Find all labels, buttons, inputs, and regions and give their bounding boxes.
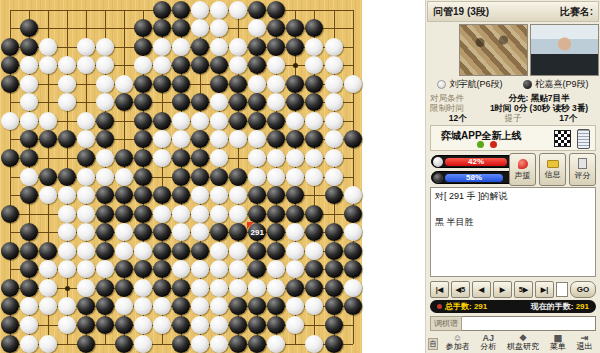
stone <box>191 297 209 315</box>
stone <box>39 56 57 74</box>
stone <box>39 242 57 260</box>
stone <box>58 316 76 334</box>
exit-button[interactable]: ⇥ 退出 <box>577 334 593 351</box>
stone <box>267 297 285 315</box>
stone <box>229 297 247 315</box>
stone <box>1 205 19 223</box>
stone <box>153 112 171 130</box>
stone <box>77 112 95 130</box>
stone <box>210 93 228 111</box>
stone <box>267 205 285 223</box>
stone <box>96 242 114 260</box>
stone <box>134 223 152 241</box>
stone <box>267 112 285 130</box>
stone <box>58 186 76 204</box>
stone <box>58 93 76 111</box>
stone <box>115 316 133 334</box>
chat-tab[interactable]: 调棋谱 <box>430 316 462 331</box>
stone <box>58 223 76 241</box>
stone <box>344 260 362 278</box>
stone <box>191 149 209 167</box>
stone <box>210 260 228 278</box>
stone <box>344 242 362 260</box>
stone <box>267 316 285 334</box>
stone <box>267 130 285 148</box>
white-vote-fill: 42% <box>445 158 507 166</box>
phone-icon <box>577 129 590 149</box>
stone <box>210 75 228 93</box>
room-title: 问管19 (3段) <box>433 5 489 19</box>
stone <box>248 279 266 297</box>
stone <box>115 168 133 186</box>
stone <box>172 93 190 111</box>
stone <box>191 316 209 334</box>
stone <box>286 279 304 297</box>
stone <box>286 112 304 130</box>
move-navigation: |◀ ◀5 ◀ ▶ 5▶ ▶| GO <box>430 281 596 298</box>
stone <box>134 186 152 204</box>
stone <box>325 223 343 241</box>
stone <box>229 75 247 93</box>
stone <box>305 168 323 186</box>
stone <box>191 205 209 223</box>
go-board[interactable]: 291 <box>0 0 362 353</box>
stone <box>229 130 247 148</box>
ai-analysis-button[interactable]: AJ 分析 <box>480 334 496 351</box>
stone <box>229 316 247 334</box>
info-button[interactable]: 信息 <box>539 153 566 186</box>
stone <box>115 242 133 260</box>
stone <box>96 168 114 186</box>
stone <box>115 205 133 223</box>
stone <box>96 75 114 93</box>
stone <box>344 297 362 315</box>
stone <box>172 149 190 167</box>
bottom-toolbar: ☺ 参加者 AJ 分析 ❖ 棋盘研究 ▦ 菜单 ⇥ 退出 <box>440 333 598 352</box>
nav-back-button[interactable]: ◀ <box>472 281 491 298</box>
stone <box>325 56 343 74</box>
black-captures: 17个 <box>559 113 577 125</box>
stone <box>115 279 133 297</box>
white-stone-icon <box>433 157 443 167</box>
stone <box>153 56 171 74</box>
stone <box>153 260 171 278</box>
stone <box>115 186 133 204</box>
nav-last-button[interactable]: ▶| <box>535 281 554 298</box>
stone <box>325 335 343 353</box>
stone <box>248 56 266 74</box>
stone <box>344 205 362 223</box>
stone <box>39 335 57 353</box>
move-number-input[interactable] <box>556 282 568 297</box>
stone <box>77 168 95 186</box>
apple-icon <box>490 141 497 148</box>
current-move: 现在的手数: 291 <box>531 301 589 312</box>
stone <box>115 223 133 241</box>
stone <box>248 149 266 167</box>
stone <box>267 335 285 353</box>
stone <box>191 1 209 19</box>
stone <box>229 1 247 19</box>
stone <box>96 279 114 297</box>
stone <box>172 19 190 37</box>
stone <box>267 75 285 93</box>
stone <box>115 260 133 278</box>
stone <box>248 260 266 278</box>
stone <box>305 279 323 297</box>
stone <box>344 75 362 93</box>
star-point <box>293 63 298 68</box>
black-vote-pct: 58% <box>445 173 503 182</box>
stone <box>172 316 190 334</box>
stone <box>172 112 190 130</box>
stone <box>1 112 19 130</box>
move-status-bar: 总手数: 291 现在的手数: 291 <box>430 300 596 313</box>
rose-icon <box>518 159 528 169</box>
stone <box>305 335 323 353</box>
stone <box>191 186 209 204</box>
stone <box>325 316 343 334</box>
stone <box>1 75 19 93</box>
stone <box>39 38 57 56</box>
black-player-name: 柁嘉熹(P9段) <box>535 78 588 91</box>
stone <box>286 205 304 223</box>
stone <box>58 205 76 223</box>
stone <box>286 38 304 56</box>
stone <box>20 56 38 74</box>
stone <box>286 242 304 260</box>
stone <box>20 112 38 130</box>
participants-button[interactable]: ☺ 参加者 <box>445 334 469 351</box>
stone <box>134 279 152 297</box>
nav-first-button[interactable]: |◀ <box>430 281 449 298</box>
stone <box>134 19 152 37</box>
stone <box>115 297 133 315</box>
stone <box>1 38 19 56</box>
stone <box>210 130 228 148</box>
stone <box>267 1 285 19</box>
stone <box>115 149 133 167</box>
stone <box>115 335 133 353</box>
stone <box>134 93 152 111</box>
action-buttons: 声援 信息 评分 <box>509 153 596 186</box>
stone <box>58 130 76 148</box>
collapsed-tab[interactable]: 自 <box>428 338 438 350</box>
stone <box>96 297 114 315</box>
stone <box>305 19 323 37</box>
stone <box>77 186 95 204</box>
stone <box>172 38 190 56</box>
stone <box>229 335 247 353</box>
stone <box>305 56 323 74</box>
stone <box>210 335 228 353</box>
stone <box>210 56 228 74</box>
stone <box>96 260 114 278</box>
black-player-photo <box>530 24 599 76</box>
stone <box>305 223 323 241</box>
stone <box>248 186 266 204</box>
info-label: 信息 <box>545 169 561 180</box>
stone <box>96 112 114 130</box>
stone <box>267 56 285 74</box>
white-player-name: 刘宇航(P6段) <box>449 78 502 91</box>
stone <box>267 279 285 297</box>
cheer-button[interactable]: 声援 <box>509 153 536 186</box>
stone <box>210 223 228 241</box>
stone <box>305 205 323 223</box>
stone <box>77 316 95 334</box>
stone <box>191 19 209 37</box>
stone <box>267 186 285 204</box>
white-stone-icon <box>437 80 446 89</box>
match-name-label: 比赛名: <box>560 5 593 19</box>
cheer-label: 声援 <box>515 170 531 181</box>
player-names: 刘宇航(P6段) 柁嘉熹(P9段) <box>427 78 599 91</box>
stone <box>153 242 171 260</box>
commentary-result: 黑 半目胜 <box>435 216 591 229</box>
stone <box>286 316 304 334</box>
stone <box>77 130 95 148</box>
black-stone-icon <box>523 80 532 89</box>
stone <box>344 223 362 241</box>
stone <box>20 242 38 260</box>
stone <box>96 149 114 167</box>
stone <box>1 279 19 297</box>
stone <box>39 168 57 186</box>
stone <box>286 260 304 278</box>
stone <box>96 316 114 334</box>
stone <box>229 260 247 278</box>
stone <box>153 1 171 19</box>
stone <box>134 335 152 353</box>
stone <box>210 205 228 223</box>
stone <box>134 297 152 315</box>
app-ad-banner[interactable]: 弈城APP全新上线 <box>430 125 596 151</box>
captures-label: 提子 <box>505 113 522 125</box>
stone <box>248 112 266 130</box>
stone <box>172 205 190 223</box>
stone <box>210 279 228 297</box>
status-dot-icon <box>437 304 442 309</box>
stone <box>325 38 343 56</box>
stone <box>153 223 171 241</box>
stone <box>210 186 228 204</box>
white-vote-pct: 42% <box>445 157 507 166</box>
white-player-name-row: 刘宇航(P6段) <box>427 78 513 91</box>
stone <box>96 93 114 111</box>
stone <box>191 112 209 130</box>
stone <box>1 56 19 74</box>
stone <box>248 1 266 19</box>
stone <box>172 56 190 74</box>
stone <box>77 149 95 167</box>
stone <box>172 223 190 241</box>
stone <box>20 75 38 93</box>
rate-label: 评分 <box>575 170 591 181</box>
rate-button[interactable]: 评分 <box>569 153 596 186</box>
stone <box>134 260 152 278</box>
stone <box>134 242 152 260</box>
stone <box>191 335 209 353</box>
panel-titlebar: 问管19 (3段) 比赛名: <box>427 1 599 22</box>
board-study-button[interactable]: ❖ 棋盘研究 <box>507 334 539 351</box>
stone <box>210 38 228 56</box>
stone <box>305 149 323 167</box>
stone <box>153 297 171 315</box>
stone <box>229 56 247 74</box>
stone <box>134 168 152 186</box>
stone <box>134 205 152 223</box>
stone <box>248 335 266 353</box>
stone <box>20 316 38 334</box>
stone <box>96 205 114 223</box>
store-logos <box>477 141 497 148</box>
stone <box>172 168 190 186</box>
stone <box>248 19 266 37</box>
stone <box>153 279 171 297</box>
stone <box>344 186 362 204</box>
stone <box>153 75 171 93</box>
black-stone-icon <box>433 173 443 183</box>
stone <box>1 297 19 315</box>
stone <box>248 242 266 260</box>
stone <box>77 279 95 297</box>
stone <box>153 149 171 167</box>
stone <box>1 335 19 353</box>
stone <box>305 130 323 148</box>
nav-forward-button[interactable]: ▶ <box>493 281 512 298</box>
stone <box>229 168 247 186</box>
stone <box>172 279 190 297</box>
stone <box>325 242 343 260</box>
stone <box>344 279 362 297</box>
stone <box>286 130 304 148</box>
stone <box>172 186 190 204</box>
stone <box>210 168 228 186</box>
stone <box>248 130 266 148</box>
stone <box>286 149 304 167</box>
stone <box>267 93 285 111</box>
stone <box>267 223 285 241</box>
stone <box>325 168 343 186</box>
stone <box>96 186 114 204</box>
stone <box>20 38 38 56</box>
side-panel: 问管19 (3段) 比赛名: 刘宇航(P6段) 柁嘉熹(P9段) 对局条件 分先… <box>425 0 600 353</box>
stone <box>325 112 343 130</box>
stone <box>172 260 190 278</box>
commentary-title: 对[ 291 手 ]的解说 <box>435 190 591 203</box>
stone <box>96 223 114 241</box>
stone <box>39 279 57 297</box>
stone <box>305 260 323 278</box>
stone <box>248 93 266 111</box>
stone <box>248 168 266 186</box>
stone <box>153 186 171 204</box>
stone <box>305 242 323 260</box>
stone <box>191 223 209 241</box>
stone <box>267 260 285 278</box>
stone <box>134 316 152 334</box>
stone <box>191 38 209 56</box>
stone <box>191 130 209 148</box>
stone <box>172 335 190 353</box>
black-vote-fill: 58% <box>445 174 503 182</box>
stone <box>267 38 285 56</box>
menu-button[interactable]: ▦ 菜单 <box>550 334 566 351</box>
chat-row: 调棋谱 <box>430 316 596 331</box>
stone <box>325 279 343 297</box>
stone <box>172 297 190 315</box>
stone <box>286 297 304 315</box>
stone <box>20 186 38 204</box>
stone <box>20 130 38 148</box>
stone <box>20 19 38 37</box>
stone <box>191 93 209 111</box>
stone <box>325 260 343 278</box>
stone <box>20 223 38 241</box>
stone <box>1 242 19 260</box>
stone <box>210 297 228 315</box>
stone <box>172 242 190 260</box>
stone <box>229 279 247 297</box>
stone <box>325 297 343 315</box>
captures-row: 12个 提子 17个 <box>430 113 596 124</box>
folder-icon <box>547 160 559 168</box>
stone <box>39 112 57 130</box>
total-moves: 总手数: 291 <box>445 301 487 312</box>
stone <box>77 297 95 315</box>
stone <box>191 56 209 74</box>
stone <box>210 1 228 19</box>
stone <box>267 19 285 37</box>
stone <box>77 242 95 260</box>
stone <box>134 149 152 167</box>
stone <box>39 297 57 315</box>
stone <box>20 168 38 186</box>
stone <box>134 112 152 130</box>
nav-forward5-button[interactable]: 5▶ <box>514 281 533 298</box>
stone <box>96 130 114 148</box>
stone <box>325 93 343 111</box>
qr-code-icon <box>554 130 571 147</box>
stone <box>286 19 304 37</box>
stone <box>191 260 209 278</box>
stone <box>286 223 304 241</box>
stone <box>325 130 343 148</box>
stone <box>248 316 266 334</box>
stone <box>20 335 38 353</box>
stone <box>58 260 76 278</box>
go-button[interactable]: GO <box>570 281 596 298</box>
stone <box>96 38 114 56</box>
stone <box>96 56 114 74</box>
nav-back5-button[interactable]: ◀5 <box>451 281 470 298</box>
stone <box>267 149 285 167</box>
stone <box>39 186 57 204</box>
stone <box>115 93 133 111</box>
chat-input[interactable] <box>462 316 596 331</box>
stone <box>229 93 247 111</box>
stone <box>305 297 323 315</box>
stone <box>305 75 323 93</box>
stone <box>248 38 266 56</box>
stone <box>134 75 152 93</box>
android-icon <box>477 141 484 148</box>
stone <box>210 149 228 167</box>
stone <box>267 168 285 186</box>
stone <box>286 168 304 186</box>
stone <box>229 205 247 223</box>
